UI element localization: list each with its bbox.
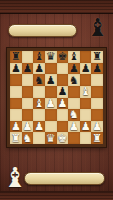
board-grid: ♜♝♛♚♝♜♟♟♟♟♟♟♞♟♞♟♝♝♟♟♞♟♟♟♟♟♟♜♞♛♚♜: [10, 51, 103, 144]
square-f7[interactable]: ♟: [68, 63, 80, 75]
square-a4[interactable]: [10, 98, 22, 110]
black-r-piece: ♜: [92, 51, 102, 62]
black-b-piece: ♝: [69, 51, 79, 62]
square-h2[interactable]: ♟: [91, 121, 103, 133]
square-c6[interactable]: ♞: [33, 74, 45, 86]
square-e7[interactable]: [57, 63, 69, 75]
square-d2[interactable]: [45, 121, 57, 133]
square-d1[interactable]: ♛: [45, 132, 57, 144]
white-p-piece: ♟: [57, 98, 67, 109]
square-f3[interactable]: ♞: [68, 109, 80, 121]
square-c5[interactable]: [33, 86, 45, 98]
black-k-piece: ♚: [57, 51, 67, 62]
square-b5[interactable]: [22, 86, 34, 98]
square-c8[interactable]: ♝: [33, 51, 45, 63]
square-g7[interactable]: ♟: [80, 63, 92, 75]
square-g5[interactable]: ♝: [80, 86, 92, 98]
square-a1[interactable]: ♜: [10, 132, 22, 144]
black-n-piece: ♞: [69, 74, 79, 85]
black-p-piece: ♟: [46, 74, 56, 85]
square-d7[interactable]: [45, 63, 57, 75]
white-p-piece: ♟: [81, 121, 91, 132]
square-d4[interactable]: ♟: [45, 98, 57, 110]
black-b-piece: ♝: [34, 51, 44, 62]
black-p-piece: ♟: [69, 63, 79, 74]
square-c1[interactable]: [33, 132, 45, 144]
white-p-piece: ♟: [11, 121, 21, 132]
square-b1[interactable]: ♞: [22, 132, 34, 144]
square-a7[interactable]: ♟: [10, 63, 22, 75]
black-p-piece: ♟: [57, 86, 67, 97]
square-a2[interactable]: ♟: [10, 121, 22, 133]
white-p-piece: ♟: [34, 121, 44, 132]
white-n-piece: ♞: [69, 109, 79, 120]
bottom-player-name-bar: [24, 172, 105, 185]
chess-board: ♜♝♛♚♝♜♟♟♟♟♟♟♞♟♞♟♝♝♟♟♞♟♟♟♟♟♟♜♞♛♚♜: [7, 48, 106, 147]
white-p-piece: ♟: [23, 121, 33, 132]
square-e8[interactable]: ♚: [57, 51, 69, 63]
square-h7[interactable]: ♟: [91, 63, 103, 75]
square-e6[interactable]: [57, 74, 69, 86]
white-p-piece: ♟: [92, 121, 102, 132]
white-k-piece: ♚: [57, 132, 67, 143]
square-e2[interactable]: [57, 121, 69, 133]
square-g6[interactable]: [80, 74, 92, 86]
white-p-piece: ♟: [69, 121, 79, 132]
square-g2[interactable]: ♟: [80, 121, 92, 133]
square-e3[interactable]: [57, 109, 69, 121]
square-c3[interactable]: [33, 109, 45, 121]
black-p-piece: ♟: [23, 63, 33, 74]
square-f6[interactable]: ♞: [68, 74, 80, 86]
white-n-piece: ♞: [23, 132, 33, 143]
square-c7[interactable]: ♟: [33, 63, 45, 75]
black-p-piece: ♟: [92, 63, 102, 74]
black-r-piece: ♜: [11, 51, 21, 62]
black-p-piece: ♟: [11, 63, 21, 74]
square-h4[interactable]: [91, 98, 103, 110]
square-f5[interactable]: [68, 86, 80, 98]
square-c4[interactable]: ♝: [33, 98, 45, 110]
square-a6[interactable]: [10, 74, 22, 86]
square-h3[interactable]: [91, 109, 103, 121]
top-player-name-bar: [8, 24, 77, 37]
square-g1[interactable]: [80, 132, 92, 144]
square-f8[interactable]: ♝: [68, 51, 80, 63]
square-e1[interactable]: ♚: [57, 132, 69, 144]
square-b7[interactable]: ♟: [22, 63, 34, 75]
square-d8[interactable]: ♛: [45, 51, 57, 63]
square-c2[interactable]: ♟: [33, 121, 45, 133]
square-f4[interactable]: [68, 98, 80, 110]
chess-app-screen: ♝ ♜♝♛♚♝♜♟♟♟♟♟♟♞♟♞♟♝♝♟♟♞♟♟♟♟♟♟♜♞♛♚♜ ♝: [0, 0, 113, 200]
white-r-piece: ♜: [92, 132, 102, 143]
square-b8[interactable]: [22, 51, 34, 63]
square-h6[interactable]: [91, 74, 103, 86]
square-a5[interactable]: [10, 86, 22, 98]
square-g4[interactable]: [80, 98, 92, 110]
wood-plank-top: [0, 0, 113, 14]
square-d5[interactable]: [45, 86, 57, 98]
black-n-piece: ♞: [34, 74, 44, 85]
square-a8[interactable]: ♜: [10, 51, 22, 63]
square-d6[interactable]: ♟: [45, 74, 57, 86]
square-b6[interactable]: [22, 74, 34, 86]
square-g8[interactable]: [80, 51, 92, 63]
square-f1[interactable]: [68, 132, 80, 144]
white-r-piece: ♜: [11, 132, 21, 143]
white-b-piece: ♝: [81, 86, 91, 97]
black-p-piece: ♟: [81, 63, 91, 74]
white-p-piece: ♟: [46, 98, 56, 109]
square-f2[interactable]: ♟: [68, 121, 80, 133]
square-h5[interactable]: [91, 86, 103, 98]
white-q-piece: ♛: [46, 132, 56, 143]
square-h1[interactable]: ♜: [91, 132, 103, 144]
square-a3[interactable]: [10, 109, 22, 121]
square-b4[interactable]: [22, 98, 34, 110]
square-h8[interactable]: ♜: [91, 51, 103, 63]
square-e4[interactable]: ♟: [57, 98, 69, 110]
black-q-piece: ♛: [46, 51, 56, 62]
square-b2[interactable]: ♟: [22, 121, 34, 133]
square-b3[interactable]: [22, 109, 34, 121]
white-b-piece: ♝: [34, 98, 44, 109]
black-bishop-icon: ♝: [87, 15, 109, 40]
black-p-piece: ♟: [34, 63, 44, 74]
square-e5[interactable]: ♟: [57, 86, 69, 98]
square-d3[interactable]: [45, 109, 57, 121]
square-g3[interactable]: [80, 109, 92, 121]
